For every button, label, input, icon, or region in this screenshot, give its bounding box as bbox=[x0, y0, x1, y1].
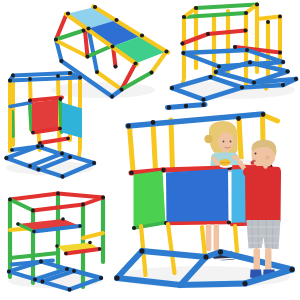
panel-blue bbox=[166, 169, 229, 224]
girl-hair-bun bbox=[204, 135, 212, 143]
girl-eye-left bbox=[223, 141, 225, 143]
tower-panel-teal bbox=[62, 103, 82, 139]
boy-leg-right bbox=[265, 248, 272, 271]
boy-leg-left bbox=[254, 248, 261, 271]
structure-play-stand bbox=[114, 103, 294, 288]
boy-eye bbox=[255, 153, 257, 155]
girl-eye-right bbox=[230, 141, 232, 143]
play-stand-top-rail bbox=[126, 112, 277, 128]
boy-hand bbox=[238, 160, 243, 165]
toy-food-detail bbox=[220, 163, 230, 164]
boy-mouth bbox=[252, 160, 256, 163]
boy-shorts bbox=[247, 220, 281, 249]
play-stand-back-rail bbox=[167, 103, 206, 110]
boy-ear bbox=[265, 155, 270, 160]
panel-green bbox=[134, 171, 166, 229]
boy-sleeve bbox=[243, 167, 253, 177]
structure-step-tower bbox=[7, 192, 105, 292]
boy-hand-on-rail bbox=[263, 164, 267, 168]
product-photo-canvas bbox=[0, 0, 300, 300]
